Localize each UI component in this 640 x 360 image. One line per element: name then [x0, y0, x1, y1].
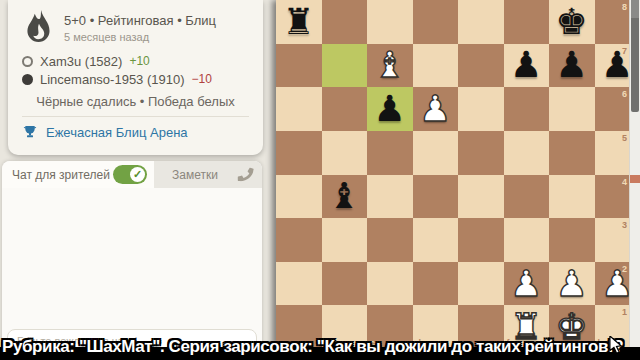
tab-spectator-chat-label: Чат для зрителей — [12, 168, 110, 182]
rank-label-2: 2 — [622, 264, 627, 274]
square-a4[interactable] — [276, 175, 322, 219]
square-b6[interactable] — [322, 87, 368, 131]
square-c4[interactable] — [367, 175, 413, 219]
square-a7[interactable] — [276, 44, 322, 88]
scrollbar[interactable] — [629, 0, 640, 360]
lichess-game-page: 5+0 • Рейтинговая • Блиц 5 месяцев назад… — [0, 0, 640, 360]
square-d2[interactable] — [413, 262, 459, 306]
square-g5[interactable] — [549, 131, 595, 175]
square-f4[interactable] — [504, 175, 550, 219]
square-f2[interactable]: ♟ — [504, 262, 550, 306]
piece-black-king-g8[interactable]: ♚ — [556, 4, 588, 40]
player-white-row[interactable]: Xam3u (1582) +10 — [22, 53, 150, 69]
square-g3[interactable] — [549, 218, 595, 262]
chat-toggle-check-icon: ✓ — [130, 167, 145, 182]
game-result: Чёрные сдались • Победа белых — [8, 94, 263, 109]
white-color-icon — [22, 56, 33, 67]
square-a2[interactable] — [276, 262, 322, 306]
game-meta: 5+0 • Рейтинговая • Блиц — [64, 13, 216, 28]
piece-white-bishop-c7[interactable]: ♝ — [374, 47, 406, 83]
chat-tabbar: Чат для зрителей ✓ Заметки — [2, 161, 262, 188]
chat-toggle[interactable]: ✓ — [113, 165, 147, 184]
piece-black-pawn-g7[interactable]: ♟ — [556, 47, 588, 83]
chat-panel: Чат для зрителей ✓ Заметки Будьте вежлив… — [2, 161, 262, 360]
tab-notes[interactable]: Заметки — [154, 161, 262, 188]
tournament-label[interactable]: Ежечасная Блиц Арена — [46, 125, 188, 140]
caption-text: Рубрика: "ШахМат". Серия зарисовок: "Как… — [2, 337, 640, 357]
square-f5[interactable] — [504, 131, 550, 175]
square-d3[interactable] — [413, 218, 459, 262]
square-f7[interactable]: ♟ — [504, 44, 550, 88]
game-time-ago: 5 месяцев назад — [64, 31, 149, 43]
rank-label-5: 5 — [622, 133, 627, 143]
black-color-icon — [22, 74, 33, 85]
square-d5[interactable] — [413, 131, 459, 175]
square-g4[interactable] — [549, 175, 595, 219]
piece-white-pawn-g2[interactable]: ♟ — [556, 266, 588, 302]
square-c6[interactable]: ♟ — [367, 87, 413, 131]
trophy-icon — [22, 124, 38, 140]
square-e6[interactable] — [458, 87, 504, 131]
game-info-card: 5+0 • Рейтинговая • Блиц 5 месяцев назад… — [8, 0, 263, 155]
square-g6[interactable] — [549, 87, 595, 131]
rank-label-3: 3 — [622, 220, 627, 230]
square-d7[interactable] — [413, 44, 459, 88]
square-e7[interactable] — [458, 44, 504, 88]
square-b5[interactable] — [322, 131, 368, 175]
square-c5[interactable] — [367, 131, 413, 175]
square-g8[interactable]: ♚ — [549, 0, 595, 44]
square-d6[interactable]: ♟ — [413, 87, 459, 131]
piece-black-rook-a8[interactable]: ♜ — [283, 4, 315, 40]
square-f3[interactable] — [504, 218, 550, 262]
square-b4[interactable]: ♝ — [322, 175, 368, 219]
square-b7[interactable] — [322, 44, 368, 88]
square-a8[interactable]: ♜ — [276, 0, 322, 44]
square-a6[interactable] — [276, 87, 322, 131]
scrollbar-marker — [630, 175, 640, 183]
rank-label-6: 6 — [622, 89, 627, 99]
card-divider — [22, 116, 249, 117]
black-rating-change: −10 — [192, 72, 212, 86]
mouse-cursor-icon — [608, 336, 623, 355]
square-e2[interactable] — [458, 262, 504, 306]
rank-label-8: 8 — [622, 2, 627, 12]
square-e3[interactable] — [458, 218, 504, 262]
piece-black-bishop-b4[interactable]: ♝ — [328, 178, 360, 214]
square-d8[interactable] — [413, 0, 459, 44]
square-e5[interactable] — [458, 131, 504, 175]
tournament-link[interactable]: Ежечасная Блиц Арена — [22, 124, 188, 140]
piece-white-pawn-d6[interactable]: ♟ — [419, 91, 451, 127]
square-e8[interactable] — [458, 0, 504, 44]
blitz-flame-icon — [22, 10, 56, 50]
square-f8[interactable] — [504, 0, 550, 44]
square-c2[interactable] — [367, 262, 413, 306]
square-c7[interactable]: ♝ — [367, 44, 413, 88]
player-black-name[interactable]: Lincemanso-1953 (1910) — [40, 72, 185, 87]
chess-board: ♜♚♝♟♟♟♟♟♝♟♟♟♜♚87654321abcdefgh — [276, 0, 640, 349]
piece-black-pawn-c6[interactable]: ♟ — [374, 91, 406, 127]
rank-label-1: 1 — [622, 307, 627, 317]
square-d4[interactable] — [413, 175, 459, 219]
player-white-name[interactable]: Xam3u (1582) — [40, 54, 122, 69]
piece-white-pawn-f2[interactable]: ♟ — [510, 266, 542, 302]
phone-icon[interactable] — [237, 166, 254, 183]
scrollbar-thumb[interactable] — [631, 0, 639, 112]
rank-label-4: 4 — [622, 177, 627, 187]
square-a3[interactable] — [276, 218, 322, 262]
square-g2[interactable]: ♟ — [549, 262, 595, 306]
square-b8[interactable] — [322, 0, 368, 44]
square-g7[interactable]: ♟ — [549, 44, 595, 88]
square-c3[interactable] — [367, 218, 413, 262]
square-b3[interactable] — [322, 218, 368, 262]
square-f6[interactable] — [504, 87, 550, 131]
tab-notes-label: Заметки — [172, 168, 218, 182]
tab-spectator-chat[interactable]: Чат для зрителей ✓ — [2, 161, 154, 188]
rank-label-7: 7 — [622, 46, 627, 56]
square-c8[interactable] — [367, 0, 413, 44]
player-black-row[interactable]: Lincemanso-1953 (1910) −10 — [22, 71, 212, 87]
square-b2[interactable] — [322, 262, 368, 306]
piece-black-pawn-f7[interactable]: ♟ — [510, 47, 542, 83]
square-a5[interactable] — [276, 131, 322, 175]
square-e4[interactable] — [458, 175, 504, 219]
white-rating-change: +10 — [129, 54, 149, 68]
